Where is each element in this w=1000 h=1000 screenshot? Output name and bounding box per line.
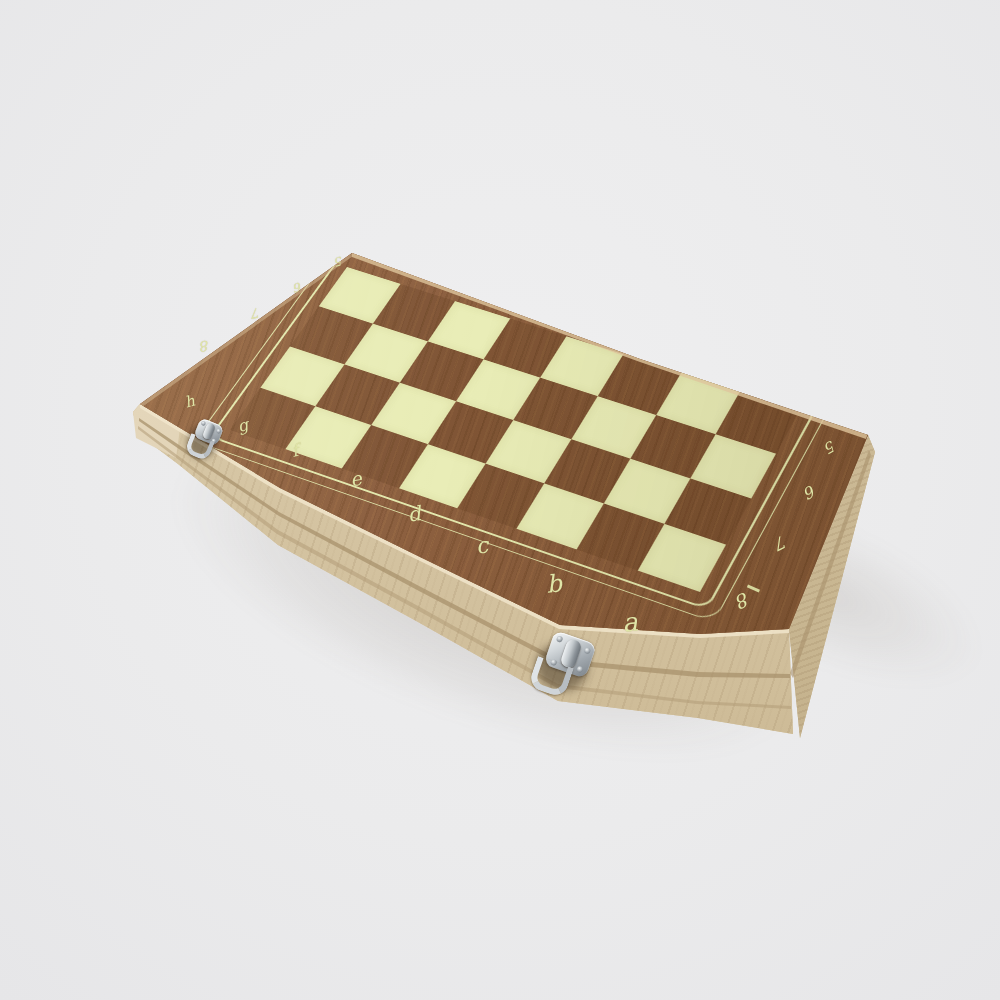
product-photo-stage: hgfedcba56785678 xyxy=(0,0,1000,1000)
rank-left-label-8: 8 xyxy=(199,338,210,353)
rank-left-label-7: 7 xyxy=(251,306,262,320)
